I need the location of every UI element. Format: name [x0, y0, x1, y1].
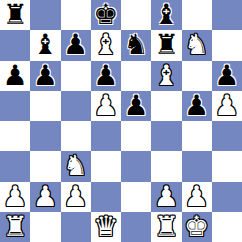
square-b2[interactable]: ♟	[30, 182, 60, 212]
square-f4[interactable]	[151, 121, 181, 151]
square-h1[interactable]	[212, 212, 242, 242]
black-king-d8[interactable]: ♚	[93, 1, 118, 29]
white-pawn-c2[interactable]: ♟	[63, 183, 88, 211]
square-d7[interactable]: ♝	[91, 30, 121, 60]
square-c5[interactable]	[61, 91, 91, 121]
square-g7[interactable]: ♞	[182, 30, 212, 60]
square-g1[interactable]: ♚	[182, 212, 212, 242]
square-b6[interactable]: ♟	[30, 61, 60, 91]
black-knight-e7[interactable]: ♞	[124, 31, 149, 59]
square-g8[interactable]	[182, 0, 212, 30]
square-c8[interactable]	[61, 0, 91, 30]
square-h2[interactable]	[212, 182, 242, 212]
black-pawn-a6[interactable]: ♟	[3, 62, 28, 90]
square-a4[interactable]	[0, 121, 30, 151]
square-h5[interactable]: ♟	[212, 91, 242, 121]
square-c2[interactable]: ♟	[61, 182, 91, 212]
square-a3[interactable]	[0, 151, 30, 181]
square-h8[interactable]	[212, 0, 242, 30]
square-d4[interactable]	[91, 121, 121, 151]
square-g3[interactable]	[182, 151, 212, 181]
square-b7[interactable]: ♝	[30, 30, 60, 60]
square-g2[interactable]: ♟	[182, 182, 212, 212]
square-a8[interactable]: ♜	[0, 0, 30, 30]
square-d2[interactable]	[91, 182, 121, 212]
square-g5[interactable]: ♟	[182, 91, 212, 121]
square-f2[interactable]: ♟	[151, 182, 181, 212]
square-e3[interactable]	[121, 151, 151, 181]
square-c4[interactable]	[61, 121, 91, 151]
black-bishop-f8[interactable]: ♝	[154, 1, 179, 29]
white-bishop-d7[interactable]: ♝	[93, 31, 118, 59]
white-knight-c3[interactable]: ♞	[63, 152, 88, 180]
square-d5[interactable]: ♟	[91, 91, 121, 121]
square-d6[interactable]: ♟	[91, 61, 121, 91]
square-a6[interactable]: ♟	[0, 61, 30, 91]
black-pawn-e5[interactable]: ♟	[124, 92, 149, 120]
black-pawn-d6[interactable]: ♟	[93, 62, 118, 90]
square-g6[interactable]	[182, 61, 212, 91]
white-bishop-f6[interactable]: ♝	[154, 62, 179, 90]
square-f6[interactable]: ♝	[151, 61, 181, 91]
square-h7[interactable]	[212, 30, 242, 60]
square-f3[interactable]	[151, 151, 181, 181]
square-a2[interactable]: ♟	[0, 182, 30, 212]
square-e7[interactable]: ♞	[121, 30, 151, 60]
white-pawn-h5[interactable]: ♟	[214, 92, 239, 120]
square-h4[interactable]	[212, 121, 242, 151]
square-d8[interactable]: ♚	[91, 0, 121, 30]
white-king-g1[interactable]: ♚	[184, 213, 209, 241]
white-pawn-b2[interactable]: ♟	[33, 183, 58, 211]
square-e2[interactable]	[121, 182, 151, 212]
square-f5[interactable]	[151, 91, 181, 121]
square-a7[interactable]	[0, 30, 30, 60]
black-rook-a8[interactable]: ♜	[3, 1, 28, 29]
white-queen-d1[interactable]: ♛	[93, 213, 118, 241]
square-c7[interactable]: ♟	[61, 30, 91, 60]
square-d3[interactable]	[91, 151, 121, 181]
square-b5[interactable]	[30, 91, 60, 121]
white-pawn-f2[interactable]: ♟	[154, 183, 179, 211]
square-b4[interactable]	[30, 121, 60, 151]
square-e4[interactable]	[121, 121, 151, 151]
white-pawn-a2[interactable]: ♟	[3, 183, 28, 211]
white-pawn-d5[interactable]: ♟	[93, 92, 118, 120]
square-g4[interactable]	[182, 121, 212, 151]
square-a1[interactable]: ♜	[0, 212, 30, 242]
black-pawn-c7[interactable]: ♟	[63, 31, 88, 59]
square-d1[interactable]: ♛	[91, 212, 121, 242]
square-e5[interactable]: ♟	[121, 91, 151, 121]
square-b8[interactable]	[30, 0, 60, 30]
square-b3[interactable]	[30, 151, 60, 181]
square-e8[interactable]	[121, 0, 151, 30]
white-pawn-g2[interactable]: ♟	[184, 183, 209, 211]
black-pawn-h6[interactable]: ♟	[214, 62, 239, 90]
square-c3[interactable]: ♞	[61, 151, 91, 181]
square-h3[interactable]	[212, 151, 242, 181]
square-e1[interactable]	[121, 212, 151, 242]
square-f1[interactable]: ♜	[151, 212, 181, 242]
chess-board: ♜♚♝♝♟♝♞♜♞♟♟♟♝♟♟♟♟♟♞♟♟♟♟♟♜♛♜♚	[0, 0, 242, 242]
square-b1[interactable]	[30, 212, 60, 242]
square-a5[interactable]	[0, 91, 30, 121]
black-pawn-g5[interactable]: ♟	[184, 92, 209, 120]
square-f8[interactable]: ♝	[151, 0, 181, 30]
square-c6[interactable]	[61, 61, 91, 91]
white-rook-f1[interactable]: ♜	[154, 213, 179, 241]
white-rook-a1[interactable]: ♜	[3, 213, 28, 241]
black-pawn-b6[interactable]: ♟	[33, 62, 58, 90]
black-rook-f7[interactable]: ♜	[154, 31, 179, 59]
square-c1[interactable]	[61, 212, 91, 242]
square-h6[interactable]: ♟	[212, 61, 242, 91]
white-knight-g7[interactable]: ♞	[184, 31, 209, 59]
square-f7[interactable]: ♜	[151, 30, 181, 60]
square-e6[interactable]	[121, 61, 151, 91]
black-bishop-b7[interactable]: ♝	[33, 31, 58, 59]
